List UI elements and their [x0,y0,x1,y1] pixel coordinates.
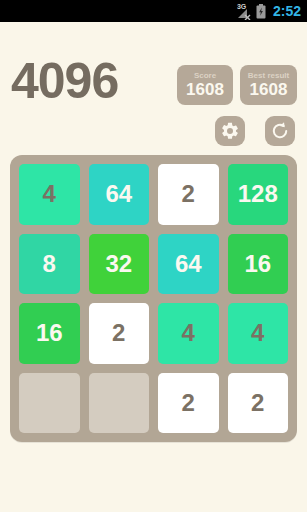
score-value: 1608 [186,81,224,99]
app-screen: 3G 2:52 4096 Score 1608 Best result 1608 [0,0,307,512]
signal-no-data-icon: 3G [237,3,252,19]
tile-128-r1c4: 128 [228,164,289,225]
tile-16-r2c4: 16 [228,234,289,295]
tile-4-r1c1: 4 [19,164,80,225]
empty-cell-r4c2 [89,373,150,434]
tile-64-r1c2: 64 [89,164,150,225]
tile-32-r2c2: 32 [89,234,150,295]
board-grid[interactable]: 464212883264161624422 [19,164,288,433]
best-result-label: Best result [248,71,289,80]
signal-triangle-icon [238,8,251,20]
battery-charging-icon [256,3,267,19]
best-result-value: 1608 [250,81,288,99]
page-title: 4096 [11,56,118,106]
tile-16-r3c1: 16 [19,303,80,364]
tile-4-r3c3: 4 [158,303,219,364]
best-result-panel: Best result 1608 [240,65,297,105]
gear-icon [220,121,240,141]
score-panel: Score 1608 [177,65,233,105]
tile-2-r1c3: 2 [158,164,219,225]
tile-2-r3c2: 2 [89,303,150,364]
game-board[interactable]: 464212883264161624422 [10,155,297,442]
empty-cell-r4c1 [19,373,80,434]
tile-2-r4c3: 2 [158,373,219,434]
restart-button[interactable] [265,116,295,146]
score-label: Score [194,71,216,80]
settings-button[interactable] [215,116,245,146]
refresh-icon [270,121,290,141]
tile-64-r2c3: 64 [158,234,219,295]
clock-text: 2:52 [271,0,303,22]
tile-2-r4c4: 2 [228,373,289,434]
tile-4-r3c4: 4 [228,303,289,364]
tile-8-r2c1: 8 [19,234,80,295]
status-bar: 3G 2:52 [0,0,307,22]
